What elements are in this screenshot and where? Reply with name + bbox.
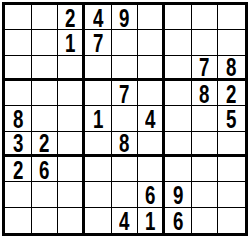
cell-r1c6[interactable]: [138, 5, 165, 30]
given-digit: 8: [226, 56, 236, 81]
cell-r8c1[interactable]: [5, 182, 32, 207]
cell-r6c6[interactable]: [138, 132, 165, 157]
cell-r9c5[interactable]: 4: [112, 208, 139, 233]
cell-r2c7[interactable]: [165, 30, 192, 55]
cell-r4c8[interactable]: 8: [192, 81, 219, 106]
cell-r5c4[interactable]: 1: [85, 106, 112, 131]
cell-r5c8[interactable]: [192, 106, 219, 131]
cell-r6c4[interactable]: [85, 132, 112, 157]
cell-r3c2[interactable]: [32, 56, 59, 81]
cell-r4c5[interactable]: 7: [112, 81, 139, 106]
cell-r7c5[interactable]: [112, 157, 139, 182]
cell-r1c5[interactable]: 9: [112, 5, 139, 30]
cell-r7c6[interactable]: [138, 157, 165, 182]
cell-r3c8[interactable]: 7: [192, 56, 219, 81]
cell-r9c9[interactable]: [218, 208, 245, 233]
cell-r2c4[interactable]: 7: [85, 30, 112, 55]
cell-r3c3[interactable]: [58, 56, 85, 81]
cell-r6c2[interactable]: 2: [32, 132, 59, 157]
cell-r8c8[interactable]: [192, 182, 219, 207]
given-digit: 7: [119, 81, 129, 106]
cell-r1c8[interactable]: [192, 5, 219, 30]
given-digit: 6: [145, 182, 155, 207]
cell-r3c9[interactable]: 8: [218, 56, 245, 81]
cell-r1c7[interactable]: [165, 5, 192, 30]
given-digit: 2: [65, 5, 75, 30]
given-digit: 6: [173, 208, 183, 233]
sudoku-board: 249177878281453282669416: [2, 2, 248, 236]
cell-r9c6[interactable]: 1: [138, 208, 165, 233]
cell-r7c1[interactable]: 2: [5, 157, 32, 182]
cell-r5c6[interactable]: 4: [138, 106, 165, 131]
cell-r7c8[interactable]: [192, 157, 219, 182]
cell-r9c7[interactable]: 6: [165, 208, 192, 233]
cell-r8c7[interactable]: 9: [165, 182, 192, 207]
cell-r7c2[interactable]: 6: [32, 157, 59, 182]
given-digit: 1: [145, 208, 155, 233]
cell-r3c1[interactable]: [5, 56, 32, 81]
cell-r3c5[interactable]: [112, 56, 139, 81]
cell-r5c9[interactable]: 5: [218, 106, 245, 131]
cell-r9c1[interactable]: [5, 208, 32, 233]
cell-r6c5[interactable]: 8: [112, 132, 139, 157]
cell-r8c6[interactable]: 6: [138, 182, 165, 207]
given-digit: 2: [13, 157, 23, 182]
cell-r8c2[interactable]: [32, 182, 59, 207]
cell-r1c9[interactable]: [218, 5, 245, 30]
cell-r6c1[interactable]: 3: [5, 132, 32, 157]
cell-r4c4[interactable]: [85, 81, 112, 106]
given-digit: 6: [39, 157, 49, 182]
cell-r3c6[interactable]: [138, 56, 165, 81]
cell-r8c4[interactable]: [85, 182, 112, 207]
cell-r4c1[interactable]: [5, 81, 32, 106]
given-digit: 4: [93, 5, 103, 30]
given-digit: 1: [93, 106, 103, 131]
cell-r2c1[interactable]: [5, 30, 32, 55]
cell-r2c8[interactable]: [192, 30, 219, 55]
cell-r6c7[interactable]: [165, 132, 192, 157]
cell-r1c1[interactable]: [5, 5, 32, 30]
cell-r6c8[interactable]: [192, 132, 219, 157]
cell-r4c6[interactable]: [138, 81, 165, 106]
cell-r9c2[interactable]: [32, 208, 59, 233]
given-digit: 8: [13, 106, 23, 131]
cell-r5c2[interactable]: [32, 106, 59, 131]
given-digit: 7: [199, 56, 209, 81]
given-digit: 1: [65, 30, 75, 55]
cell-r8c5[interactable]: [112, 182, 139, 207]
given-digit: 4: [145, 106, 155, 131]
cell-r2c3[interactable]: 1: [58, 30, 85, 55]
cell-r7c9[interactable]: [218, 157, 245, 182]
cell-r4c7[interactable]: [165, 81, 192, 106]
cell-r3c4[interactable]: [85, 56, 112, 81]
cell-r7c7[interactable]: [165, 157, 192, 182]
cell-r7c3[interactable]: [58, 157, 85, 182]
cell-r2c6[interactable]: [138, 30, 165, 55]
cell-r7c4[interactable]: [85, 157, 112, 182]
cell-r1c2[interactable]: [32, 5, 59, 30]
sudoku-puzzle: 249177878281453282669416: [0, 0, 250, 238]
given-digit: 2: [226, 81, 236, 106]
cell-r9c8[interactable]: [192, 208, 219, 233]
cell-r8c9[interactable]: [218, 182, 245, 207]
cell-r9c3[interactable]: [58, 208, 85, 233]
cell-r5c7[interactable]: [165, 106, 192, 131]
cell-r5c1[interactable]: 8: [5, 106, 32, 131]
cell-r4c9[interactable]: 2: [218, 81, 245, 106]
cell-r2c9[interactable]: [218, 30, 245, 55]
cell-r4c2[interactable]: [32, 81, 59, 106]
given-digit: 7: [93, 30, 103, 55]
cell-r1c4[interactable]: 4: [85, 5, 112, 30]
cell-r8c3[interactable]: [58, 182, 85, 207]
cell-r3c7[interactable]: [165, 56, 192, 81]
given-digit: 3: [13, 132, 23, 157]
given-digit: 9: [119, 5, 129, 30]
cell-r9c4[interactable]: [85, 208, 112, 233]
cell-r2c2[interactable]: [32, 30, 59, 55]
given-digit: 5: [226, 106, 236, 131]
cell-r5c5[interactable]: [112, 106, 139, 131]
given-digit: 4: [119, 208, 129, 233]
cell-r4c3[interactable]: [58, 81, 85, 106]
cell-r1c3[interactable]: 2: [58, 5, 85, 30]
cell-r6c3[interactable]: [58, 132, 85, 157]
given-digit: 2: [39, 132, 49, 157]
given-digit: 9: [173, 182, 183, 207]
cell-r6c9[interactable]: [218, 132, 245, 157]
given-digit: 8: [199, 81, 209, 106]
given-digit: 8: [119, 132, 129, 157]
cell-r5c3[interactable]: [58, 106, 85, 131]
cell-r2c5[interactable]: [112, 30, 139, 55]
